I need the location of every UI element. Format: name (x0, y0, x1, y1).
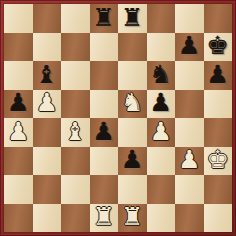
square-b7[interactable] (33, 33, 62, 62)
square-h3[interactable]: ♚ (204, 147, 233, 176)
square-e2[interactable] (118, 175, 147, 204)
square-a1[interactable] (4, 204, 33, 233)
square-d6[interactable] (90, 61, 119, 90)
square-c3[interactable] (61, 147, 90, 176)
square-e4[interactable] (118, 118, 147, 147)
square-a2[interactable] (4, 175, 33, 204)
black-rook[interactable]: ♜ (121, 5, 143, 30)
black-pawn[interactable]: ♟ (178, 33, 200, 58)
square-d4[interactable]: ♟ (90, 118, 119, 147)
square-d1[interactable]: ♜ (90, 204, 119, 233)
square-f3[interactable] (147, 147, 176, 176)
black-pawn[interactable]: ♟ (150, 90, 172, 115)
square-f1[interactable] (147, 204, 176, 233)
square-c1[interactable] (61, 204, 90, 233)
square-g6[interactable] (175, 61, 204, 90)
square-b5[interactable]: ♟ (33, 90, 62, 119)
chess-board: ♜♜♟♚♝♞♟♟♟♞♟♟♝♟♟♟♟♚♜♜ (4, 4, 232, 232)
square-c2[interactable] (61, 175, 90, 204)
white-rook[interactable]: ♜ (121, 204, 143, 229)
black-rook[interactable]: ♜ (93, 5, 115, 30)
square-d3[interactable] (90, 147, 119, 176)
black-pawn[interactable]: ♟ (7, 90, 29, 115)
black-pawn[interactable]: ♟ (207, 62, 229, 87)
square-h4[interactable] (204, 118, 233, 147)
square-g7[interactable]: ♟ (175, 33, 204, 62)
square-g5[interactable] (175, 90, 204, 119)
square-c4[interactable]: ♝ (61, 118, 90, 147)
square-a5[interactable]: ♟ (4, 90, 33, 119)
square-d7[interactable] (90, 33, 119, 62)
square-h7[interactable]: ♚ (204, 33, 233, 62)
square-c6[interactable] (61, 61, 90, 90)
square-f2[interactable] (147, 175, 176, 204)
white-pawn[interactable]: ♟ (178, 147, 200, 172)
square-a6[interactable] (4, 61, 33, 90)
square-f5[interactable]: ♟ (147, 90, 176, 119)
square-c8[interactable] (61, 4, 90, 33)
square-d8[interactable]: ♜ (90, 4, 119, 33)
square-f6[interactable]: ♞ (147, 61, 176, 90)
white-rook[interactable]: ♜ (93, 204, 115, 229)
black-knight[interactable]: ♞ (150, 62, 172, 87)
square-e6[interactable] (118, 61, 147, 90)
square-b3[interactable] (33, 147, 62, 176)
square-e5[interactable]: ♞ (118, 90, 147, 119)
square-a8[interactable] (4, 4, 33, 33)
square-h8[interactable] (204, 4, 233, 33)
square-c7[interactable] (61, 33, 90, 62)
square-e1[interactable]: ♜ (118, 204, 147, 233)
square-g8[interactable] (175, 4, 204, 33)
black-pawn[interactable]: ♟ (93, 119, 115, 144)
square-e3[interactable]: ♟ (118, 147, 147, 176)
square-a7[interactable] (4, 33, 33, 62)
square-b2[interactable] (33, 175, 62, 204)
square-g1[interactable] (175, 204, 204, 233)
square-h2[interactable] (204, 175, 233, 204)
black-bishop[interactable]: ♝ (36, 62, 58, 87)
square-f7[interactable] (147, 33, 176, 62)
board-frame: ♜♜♟♚♝♞♟♟♟♞♟♟♝♟♟♟♟♚♜♜ (0, 0, 236, 236)
square-f8[interactable] (147, 4, 176, 33)
square-b6[interactable]: ♝ (33, 61, 62, 90)
white-pawn[interactable]: ♟ (150, 119, 172, 144)
black-king[interactable]: ♚ (207, 33, 229, 58)
white-pawn[interactable]: ♟ (7, 119, 29, 144)
black-pawn[interactable]: ♟ (121, 147, 143, 172)
square-e7[interactable] (118, 33, 147, 62)
square-a3[interactable] (4, 147, 33, 176)
square-b8[interactable] (33, 4, 62, 33)
square-a4[interactable]: ♟ (4, 118, 33, 147)
square-f4[interactable]: ♟ (147, 118, 176, 147)
square-b1[interactable] (33, 204, 62, 233)
square-h5[interactable] (204, 90, 233, 119)
square-g4[interactable] (175, 118, 204, 147)
square-h6[interactable]: ♟ (204, 61, 233, 90)
square-b4[interactable] (33, 118, 62, 147)
white-pawn[interactable]: ♟ (36, 90, 58, 115)
white-king[interactable]: ♚ (207, 147, 229, 172)
white-knight[interactable]: ♞ (121, 90, 143, 115)
square-d2[interactable] (90, 175, 119, 204)
square-g2[interactable] (175, 175, 204, 204)
square-c5[interactable] (61, 90, 90, 119)
square-e8[interactable]: ♜ (118, 4, 147, 33)
square-d5[interactable] (90, 90, 119, 119)
white-bishop[interactable]: ♝ (64, 119, 86, 144)
square-g3[interactable]: ♟ (175, 147, 204, 176)
square-h1[interactable] (204, 204, 233, 233)
